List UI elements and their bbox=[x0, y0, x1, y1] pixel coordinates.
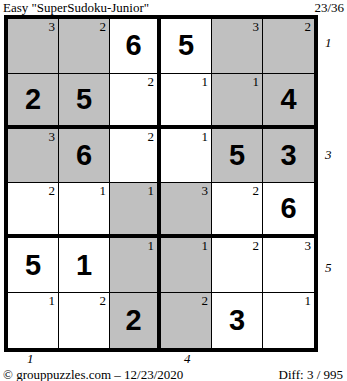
cell-counter: 23/36 bbox=[314, 0, 344, 15]
cell-r6c5: 3 bbox=[212, 293, 263, 348]
given-digit: 1 bbox=[59, 238, 109, 292]
corner-mark: 2 bbox=[253, 183, 260, 198]
cell-r1c3: 6 bbox=[110, 19, 161, 74]
difficulty-text: Diff: 3 / 995 bbox=[279, 367, 343, 381]
corner-mark: 1 bbox=[305, 293, 312, 308]
given-digit: 5 bbox=[59, 74, 109, 125]
given-digit: 3 bbox=[212, 293, 262, 348]
corner-mark: 1 bbox=[148, 183, 155, 198]
cell-r6c1[interactable]: 1 bbox=[8, 293, 59, 348]
cell-r2c2: 5 bbox=[59, 74, 110, 129]
given-digit: 2 bbox=[110, 293, 157, 348]
corner-mark: 1 bbox=[202, 129, 209, 144]
cell-r5c3[interactable]: 1 bbox=[110, 238, 161, 293]
given-digit: 5 bbox=[212, 129, 262, 183]
corner-mark: 3 bbox=[253, 19, 260, 34]
col-label-6 bbox=[266, 352, 318, 366]
copyright-text: © grouppuzzles.com – 12/23/2020 bbox=[3, 367, 183, 381]
cell-r6c6[interactable]: 1 bbox=[263, 293, 314, 348]
cell-r3c6: 3 bbox=[263, 129, 314, 184]
cell-r4c3[interactable]: 1 bbox=[110, 183, 161, 238]
cell-r6c3: 2 bbox=[110, 293, 161, 348]
cell-r4c2[interactable]: 1 bbox=[59, 183, 110, 238]
given-digit: 5 bbox=[161, 19, 211, 73]
column-labels: 1 4 bbox=[4, 352, 318, 366]
col-label-3 bbox=[109, 352, 161, 366]
corner-mark: 1 bbox=[49, 293, 56, 308]
col-label-5 bbox=[213, 352, 265, 366]
cell-r6c2[interactable]: 2 bbox=[59, 293, 110, 348]
board-area: 326532252114362153211326511123122231 1 3… bbox=[0, 15, 347, 352]
cell-r4c5[interactable]: 2 bbox=[212, 183, 263, 238]
cell-r4c1[interactable]: 2 bbox=[8, 183, 59, 238]
row-label-5: 5 bbox=[318, 240, 344, 296]
given-digit: 4 bbox=[263, 74, 314, 125]
corner-mark: 3 bbox=[49, 19, 56, 34]
cell-r2c6: 4 bbox=[263, 74, 314, 129]
cell-r2c5[interactable]: 1 bbox=[212, 74, 263, 129]
header: Easy "SuperSudoku-Junior" 23/36 bbox=[0, 0, 347, 15]
cell-r2c3[interactable]: 2 bbox=[110, 74, 161, 129]
corner-mark: 2 bbox=[148, 74, 155, 89]
given-digit: 6 bbox=[263, 183, 314, 234]
footer: © grouppuzzles.com – 12/23/2020 Diff: 3 … bbox=[0, 366, 347, 381]
cell-r1c1[interactable]: 3 bbox=[8, 19, 59, 74]
cell-r5c6[interactable]: 3 bbox=[263, 238, 314, 293]
cell-r3c4[interactable]: 1 bbox=[161, 129, 212, 184]
corner-mark: 2 bbox=[253, 238, 260, 253]
row-label-6 bbox=[318, 296, 344, 352]
col-label-4: 4 bbox=[161, 352, 213, 366]
col-label-1: 1 bbox=[4, 352, 56, 366]
cell-r5c5[interactable]: 2 bbox=[212, 238, 263, 293]
cell-r3c5: 5 bbox=[212, 129, 263, 184]
corner-mark: 1 bbox=[202, 238, 209, 253]
cell-r1c5[interactable]: 3 bbox=[212, 19, 263, 74]
given-digit: 6 bbox=[59, 129, 109, 183]
cell-r5c2: 1 bbox=[59, 238, 110, 293]
col-label-2 bbox=[56, 352, 108, 366]
cell-r5c4[interactable]: 1 bbox=[161, 238, 212, 293]
row-label-1: 1 bbox=[318, 15, 344, 71]
sudoku-board[interactable]: 326532252114362153211326511123122231 bbox=[4, 15, 318, 352]
corner-mark: 1 bbox=[100, 183, 107, 198]
corner-mark: 1 bbox=[253, 74, 260, 89]
given-digit: 5 bbox=[8, 238, 58, 292]
corner-mark: 2 bbox=[100, 293, 107, 308]
cell-r6c4[interactable]: 2 bbox=[161, 293, 212, 348]
corner-mark: 1 bbox=[148, 238, 155, 253]
cell-r1c6[interactable]: 2 bbox=[263, 19, 314, 74]
given-digit: 6 bbox=[110, 19, 157, 73]
cell-r3c2: 6 bbox=[59, 129, 110, 184]
cell-r3c3[interactable]: 2 bbox=[110, 129, 161, 184]
corner-mark: 3 bbox=[49, 129, 56, 144]
corner-mark: 2 bbox=[202, 293, 209, 308]
corner-mark: 3 bbox=[202, 183, 209, 198]
cell-r3c1[interactable]: 3 bbox=[8, 129, 59, 184]
cell-r2c1: 2 bbox=[8, 74, 59, 129]
corner-mark: 2 bbox=[49, 183, 56, 198]
corner-mark: 3 bbox=[305, 238, 312, 253]
cell-r5c1: 5 bbox=[8, 238, 59, 293]
puzzle-page: Easy "SuperSudoku-Junior" 23/36 32653225… bbox=[0, 0, 347, 381]
corner-mark: 2 bbox=[148, 129, 155, 144]
page-title: Easy "SuperSudoku-Junior" bbox=[3, 0, 149, 15]
row-label-3: 3 bbox=[318, 127, 344, 183]
cell-r4c6: 6 bbox=[263, 183, 314, 238]
corner-mark: 1 bbox=[202, 74, 209, 89]
corner-mark: 2 bbox=[305, 19, 312, 34]
given-digit: 2 bbox=[8, 74, 58, 125]
cell-r1c2[interactable]: 2 bbox=[59, 19, 110, 74]
given-digit: 3 bbox=[263, 129, 314, 183]
cell-r2c4[interactable]: 1 bbox=[161, 74, 212, 129]
row-labels: 1 3 5 bbox=[318, 15, 344, 352]
cell-r1c4: 5 bbox=[161, 19, 212, 74]
row-label-4 bbox=[318, 184, 344, 240]
row-label-2 bbox=[318, 71, 344, 127]
corner-mark: 2 bbox=[100, 19, 107, 34]
cell-r4c4[interactable]: 3 bbox=[161, 183, 212, 238]
